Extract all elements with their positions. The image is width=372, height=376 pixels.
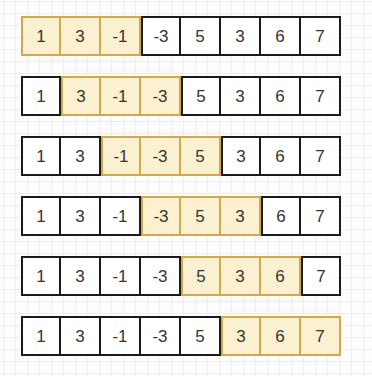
array-cell: 1 — [21, 316, 61, 356]
array-cell-window: -3 — [141, 76, 181, 116]
array-cell-window: 6 — [261, 256, 301, 296]
array-cell-window: -1 — [101, 16, 141, 56]
array-row-0: 13-1-35367 — [21, 16, 341, 56]
array-cell: 3 — [61, 316, 101, 356]
array-cell: 6 — [261, 76, 301, 116]
array-cell: 5 — [181, 16, 221, 56]
array-cell-window: 3 — [221, 196, 261, 236]
array-cell: 1 — [21, 196, 61, 236]
array-cell: 3 — [61, 196, 101, 236]
array-row-5: 13-1-35367 — [21, 316, 341, 356]
array-cell: 3 — [61, 256, 101, 296]
array-cell: 1 — [21, 256, 61, 296]
array-cell-window: 1 — [21, 16, 61, 56]
array-cell: 3 — [221, 16, 261, 56]
array-cell: 7 — [301, 76, 341, 116]
graph-paper-canvas: 13-1-3536713-1-3536713-1-3536713-1-35367… — [0, 0, 372, 376]
array-cell: -1 — [101, 196, 141, 236]
array-row-3: 13-1-35367 — [21, 196, 341, 236]
array-row-1: 13-1-35367 — [21, 76, 341, 116]
array-cell: 6 — [261, 16, 301, 56]
array-cell: 5 — [181, 76, 221, 116]
array-cell: 1 — [21, 76, 61, 116]
array-cell: 1 — [21, 136, 61, 176]
array-cell-window: -1 — [101, 136, 141, 176]
array-cell-window: 5 — [181, 196, 221, 236]
array-cell: 3 — [221, 136, 261, 176]
array-cell: 3 — [221, 76, 261, 116]
array-cell-window: -3 — [141, 136, 181, 176]
array-cell-window: -1 — [101, 76, 141, 116]
array-cell: -3 — [141, 16, 181, 56]
array-cell: 3 — [61, 136, 101, 176]
array-cell-window: 5 — [181, 256, 221, 296]
array-cell: 7 — [301, 196, 341, 236]
array-cell: 6 — [261, 196, 301, 236]
array-cell-window: 6 — [261, 316, 301, 356]
array-cell: -3 — [141, 256, 181, 296]
array-cell-window: -3 — [141, 196, 181, 236]
array-cell: 7 — [301, 136, 341, 176]
sliding-window-rows: 13-1-3536713-1-3536713-1-3536713-1-35367… — [21, 16, 372, 356]
array-cell-window: 5 — [181, 136, 221, 176]
array-cell-window: 3 — [61, 16, 101, 56]
array-cell-window: 3 — [61, 76, 101, 116]
array-cell: 7 — [301, 256, 341, 296]
array-cell: 5 — [181, 316, 221, 356]
array-cell: 6 — [261, 136, 301, 176]
array-cell: -1 — [101, 316, 141, 356]
array-cell: -1 — [101, 256, 141, 296]
array-cell-window: 3 — [221, 316, 261, 356]
array-cell: -3 — [141, 316, 181, 356]
array-cell-window: 3 — [221, 256, 261, 296]
array-row-2: 13-1-35367 — [21, 136, 341, 176]
array-row-4: 13-1-35367 — [21, 256, 341, 296]
array-cell-window: 7 — [301, 316, 341, 356]
array-cell: 7 — [301, 16, 341, 56]
